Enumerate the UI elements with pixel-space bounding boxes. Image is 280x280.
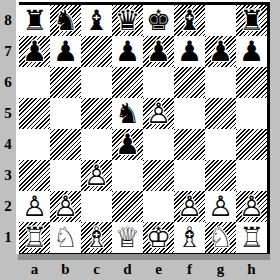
square-c3[interactable]: ♟♙: [81, 160, 112, 191]
square-f4[interactable]: [174, 129, 205, 160]
file-label-d: d: [112, 260, 143, 278]
square-c8[interactable]: ♝♝: [81, 5, 112, 36]
rank-label-7: 7: [0, 36, 16, 67]
square-h2[interactable]: ♟♙: [236, 191, 267, 222]
rank-label-3: 3: [0, 160, 16, 191]
piece-glyph: ♘: [50, 222, 81, 253]
square-f3[interactable]: [174, 160, 205, 191]
file-label-f: f: [174, 260, 205, 278]
square-b6[interactable]: [50, 67, 81, 98]
square-b2[interactable]: ♟♙: [50, 191, 81, 222]
file-labels: abcdefgh: [19, 260, 267, 278]
square-a3[interactable]: [19, 160, 50, 191]
square-d3[interactable]: [112, 160, 143, 191]
square-b5[interactable]: [50, 98, 81, 129]
square-d6[interactable]: [112, 67, 143, 98]
square-a4[interactable]: [19, 129, 50, 160]
square-d4[interactable]: ♟♟: [112, 129, 143, 160]
square-f7[interactable]: ♟♟: [174, 36, 205, 67]
piece-glyph: ♕: [112, 222, 143, 253]
square-f6[interactable]: [174, 67, 205, 98]
piece-glyph: ♟: [205, 36, 236, 67]
chess-board: ♜♜♞♞♝♝♛♛♚♚♝♝♜♜♟♟♟♟♟♟♟♟♟♟♟♟♟♟♞♞♟♙♟♟♟♙♟♙♟♙…: [19, 5, 267, 253]
square-c5[interactable]: [81, 98, 112, 129]
square-e8[interactable]: ♚♚: [143, 5, 174, 36]
piece-glyph: ♙: [81, 160, 112, 191]
piece-white-pawn-f2[interactable]: ♟♙: [174, 191, 205, 222]
rank-label-8: 8: [0, 5, 16, 36]
piece-black-pawn-b7[interactable]: ♟♟: [50, 36, 81, 67]
piece-black-knight-b8[interactable]: ♞♞: [50, 5, 81, 36]
piece-white-rook-a1[interactable]: ♜♖: [19, 222, 50, 253]
piece-glyph: ♜: [236, 5, 267, 36]
piece-black-rook-a8[interactable]: ♜♜: [19, 5, 50, 36]
square-e3[interactable]: [143, 160, 174, 191]
square-g4[interactable]: [205, 129, 236, 160]
piece-glyph: ♝: [174, 5, 205, 36]
square-d5[interactable]: ♞♞: [112, 98, 143, 129]
piece-white-queen-d1[interactable]: ♛♕: [112, 222, 143, 253]
piece-glyph: ♙: [50, 191, 81, 222]
square-g6[interactable]: [205, 67, 236, 98]
square-b1[interactable]: ♞♘: [50, 222, 81, 253]
square-b3[interactable]: [50, 160, 81, 191]
piece-black-queen-d8[interactable]: ♛♛: [112, 5, 143, 36]
file-label-g: g: [205, 260, 236, 278]
piece-glyph: ♟: [19, 36, 50, 67]
piece-glyph: ♟: [236, 36, 267, 67]
square-h5[interactable]: [236, 98, 267, 129]
file-label-c: c: [81, 260, 112, 278]
square-h8[interactable]: ♜♜: [236, 5, 267, 36]
rank-label-6: 6: [0, 67, 16, 98]
square-e1[interactable]: ♚♔: [143, 222, 174, 253]
square-a2[interactable]: ♟♙: [19, 191, 50, 222]
piece-white-knight-b1[interactable]: ♞♘: [50, 222, 81, 253]
piece-glyph: ♙: [236, 191, 267, 222]
square-f8[interactable]: ♝♝: [174, 5, 205, 36]
file-label-a: a: [19, 260, 50, 278]
piece-glyph: ♟: [112, 129, 143, 160]
file-label-h: h: [236, 260, 267, 278]
square-d1[interactable]: ♛♕: [112, 222, 143, 253]
square-d2[interactable]: [112, 191, 143, 222]
square-b8[interactable]: ♞♞: [50, 5, 81, 36]
piece-black-pawn-f7[interactable]: ♟♟: [174, 36, 205, 67]
square-a8[interactable]: ♜♜: [19, 5, 50, 36]
piece-black-bishop-f8[interactable]: ♝♝: [174, 5, 205, 36]
piece-glyph: ♙: [143, 98, 174, 129]
square-e2[interactable]: [143, 191, 174, 222]
piece-black-king-e8[interactable]: ♚♚: [143, 5, 174, 36]
chess-diagram: ♜♜♞♞♝♝♛♛♚♚♝♝♜♜♟♟♟♟♟♟♟♟♟♟♟♟♟♟♞♞♟♙♟♟♟♙♟♙♟♙…: [0, 0, 280, 280]
piece-glyph: ♙: [205, 191, 236, 222]
piece-glyph: ♙: [174, 191, 205, 222]
square-f5[interactable]: [174, 98, 205, 129]
square-g1[interactable]: ♞♘: [205, 222, 236, 253]
square-c2[interactable]: [81, 191, 112, 222]
piece-black-pawn-e7[interactable]: ♟♟: [143, 36, 174, 67]
square-h6[interactable]: [236, 67, 267, 98]
piece-black-pawn-d7[interactable]: ♟♟: [112, 36, 143, 67]
piece-white-rook-h1[interactable]: ♜♖: [236, 222, 267, 253]
square-a5[interactable]: [19, 98, 50, 129]
rank-label-1: 1: [0, 222, 16, 253]
piece-glyph: ♟: [143, 36, 174, 67]
square-h3[interactable]: [236, 160, 267, 191]
square-a7[interactable]: ♟♟: [19, 36, 50, 67]
square-e4[interactable]: [143, 129, 174, 160]
square-f2[interactable]: ♟♙: [174, 191, 205, 222]
square-e7[interactable]: ♟♟: [143, 36, 174, 67]
square-b4[interactable]: [50, 129, 81, 160]
piece-glyph: ♘: [205, 222, 236, 253]
piece-glyph: ♝: [81, 5, 112, 36]
square-h1[interactable]: ♜♖: [236, 222, 267, 253]
piece-black-bishop-c8[interactable]: ♝♝: [81, 5, 112, 36]
piece-glyph: ♔: [143, 222, 174, 253]
square-a6[interactable]: [19, 67, 50, 98]
piece-white-king-e1[interactable]: ♚♔: [143, 222, 174, 253]
piece-black-pawn-g7[interactable]: ♟♟: [205, 36, 236, 67]
rank-label-2: 2: [0, 191, 16, 222]
piece-white-pawn-a2[interactable]: ♟♙: [19, 191, 50, 222]
square-c1[interactable]: ♝♗: [81, 222, 112, 253]
square-g5[interactable]: [205, 98, 236, 129]
piece-glyph: ♗: [174, 222, 205, 253]
square-g7[interactable]: ♟♟: [205, 36, 236, 67]
piece-white-bishop-c1[interactable]: ♝♗: [81, 222, 112, 253]
square-c7[interactable]: [81, 36, 112, 67]
square-h4[interactable]: [236, 129, 267, 160]
piece-white-pawn-e5[interactable]: ♟♙: [143, 98, 174, 129]
square-d8[interactable]: ♛♛: [112, 5, 143, 36]
square-g3[interactable]: [205, 160, 236, 191]
piece-black-pawn-a7[interactable]: ♟♟: [19, 36, 50, 67]
piece-white-pawn-c3[interactable]: ♟♙: [81, 160, 112, 191]
piece-white-pawn-h2[interactable]: ♟♙: [236, 191, 267, 222]
piece-glyph: ♜: [19, 5, 50, 36]
square-h7[interactable]: ♟♟: [236, 36, 267, 67]
piece-glyph: ♞: [50, 5, 81, 36]
square-g2[interactable]: ♟♙: [205, 191, 236, 222]
rank-label-4: 4: [0, 129, 16, 160]
square-d7[interactable]: ♟♟: [112, 36, 143, 67]
piece-white-bishop-f1[interactable]: ♝♗: [174, 222, 205, 253]
square-c6[interactable]: [81, 67, 112, 98]
piece-black-pawn-h7[interactable]: ♟♟: [236, 36, 267, 67]
piece-black-knight-d5[interactable]: ♞♞: [112, 98, 143, 129]
square-a1[interactable]: ♜♖: [19, 222, 50, 253]
piece-black-rook-h8[interactable]: ♜♜: [236, 5, 267, 36]
piece-black-pawn-d4[interactable]: ♟♟: [112, 129, 143, 160]
square-b7[interactable]: ♟♟: [50, 36, 81, 67]
piece-white-pawn-g2[interactable]: ♟♙: [205, 191, 236, 222]
square-e6[interactable]: [143, 67, 174, 98]
file-label-b: b: [50, 260, 81, 278]
piece-glyph: ♖: [236, 222, 267, 253]
square-f1[interactable]: ♝♗: [174, 222, 205, 253]
piece-glyph: ♟: [174, 36, 205, 67]
file-label-e: e: [143, 260, 174, 278]
piece-glyph: ♛: [112, 5, 143, 36]
piece-glyph: ♚: [143, 5, 174, 36]
rank-label-5: 5: [0, 98, 16, 129]
square-c4[interactable]: [81, 129, 112, 160]
piece-glyph: ♗: [81, 222, 112, 253]
piece-glyph: ♙: [19, 191, 50, 222]
square-g8[interactable]: [205, 5, 236, 36]
square-e5[interactable]: ♟♙: [143, 98, 174, 129]
piece-white-pawn-b2[interactable]: ♟♙: [50, 191, 81, 222]
piece-glyph: ♟: [50, 36, 81, 67]
piece-glyph: ♞: [112, 98, 143, 129]
piece-glyph: ♟: [112, 36, 143, 67]
rank-labels: 87654321: [0, 5, 16, 253]
piece-glyph: ♖: [19, 222, 50, 253]
piece-white-knight-g1[interactable]: ♞♘: [205, 222, 236, 253]
